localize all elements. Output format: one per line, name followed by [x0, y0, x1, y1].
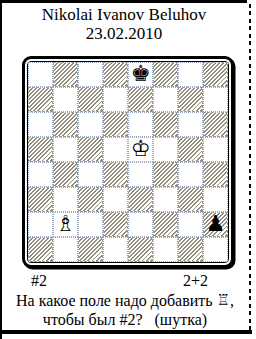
square-g8	[178, 62, 203, 87]
square-a1	[28, 237, 53, 262]
square-d4	[103, 162, 128, 187]
square-g7	[178, 87, 203, 112]
square-a7	[28, 87, 53, 112]
problem-page: Nikolai Ivanov Beluhov 23.02.2010 ♚♔♗♟ #…	[0, 0, 256, 339]
page-border-top	[0, 0, 247, 3]
square-d1	[103, 237, 128, 262]
square-e5: ♔	[128, 137, 153, 162]
square-a6	[28, 112, 53, 137]
square-h5	[203, 137, 228, 162]
black-king: ♚	[131, 62, 151, 86]
square-d6	[103, 112, 128, 137]
square-d7	[103, 87, 128, 112]
page-border-right-dashed	[249, 4, 251, 332]
square-d2	[103, 212, 128, 237]
square-h4	[203, 162, 228, 187]
square-f4	[153, 162, 178, 187]
square-f8	[153, 62, 178, 87]
square-f5	[153, 137, 178, 162]
square-c1	[78, 237, 103, 262]
square-g5	[178, 137, 203, 162]
square-e8: ♚	[128, 62, 153, 87]
square-e3	[128, 187, 153, 212]
square-f7	[153, 87, 178, 112]
square-h2: ♟	[203, 212, 228, 237]
square-c2	[78, 212, 103, 237]
problem-date: 23.02.2010	[0, 24, 248, 43]
white-rook-inline-icon: ♖	[217, 291, 230, 309]
square-f1	[153, 237, 178, 262]
square-g3	[178, 187, 203, 212]
square-d5	[103, 137, 128, 162]
square-c4	[78, 162, 103, 187]
author-name: Nikolai Ivanov Beluhov	[0, 5, 248, 24]
black-pawn: ♟	[206, 212, 226, 236]
square-a8	[28, 62, 53, 87]
square-d8	[103, 62, 128, 87]
square-h8	[203, 62, 228, 87]
square-f2	[153, 212, 178, 237]
caption-row: #2 2+2	[0, 272, 248, 290]
chess-board-frame: ♚♔♗♟	[22, 56, 234, 268]
square-e4	[128, 162, 153, 187]
square-f3	[153, 187, 178, 212]
square-b6	[53, 112, 78, 137]
page-border-bottom	[0, 330, 252, 334]
square-c8	[78, 62, 103, 87]
white-bishop: ♗	[56, 212, 76, 236]
square-b4	[53, 162, 78, 187]
square-g6	[178, 112, 203, 137]
square-a3	[28, 187, 53, 212]
square-h6	[203, 112, 228, 137]
square-h3	[203, 187, 228, 212]
question-line-1: На какое поле надо добавить ♖,	[0, 290, 250, 311]
white-king: ♔	[131, 137, 151, 161]
stipulation-label: #2	[31, 272, 47, 290]
square-b5	[53, 137, 78, 162]
square-e2	[128, 212, 153, 237]
square-b8	[53, 62, 78, 87]
square-c5	[78, 137, 103, 162]
material-count-label: 2+2	[183, 272, 208, 290]
chess-board: ♚♔♗♟	[28, 62, 228, 262]
square-b7	[53, 87, 78, 112]
square-h1	[203, 237, 228, 262]
square-c6	[78, 112, 103, 137]
square-a5	[28, 137, 53, 162]
square-g1	[178, 237, 203, 262]
square-c3	[78, 187, 103, 212]
square-e1	[128, 237, 153, 262]
square-h7	[203, 87, 228, 112]
square-c7	[78, 87, 103, 112]
square-g2	[178, 212, 203, 237]
square-a4	[28, 162, 53, 187]
square-b3	[53, 187, 78, 212]
square-e7	[128, 87, 153, 112]
square-b1	[53, 237, 78, 262]
question-line-2: чтобы был #2? (шутка)	[0, 310, 250, 330]
square-b2: ♗	[53, 212, 78, 237]
square-f6	[153, 112, 178, 137]
square-d3	[103, 187, 128, 212]
square-e6	[128, 112, 153, 137]
square-g4	[178, 162, 203, 187]
square-a2	[28, 212, 53, 237]
